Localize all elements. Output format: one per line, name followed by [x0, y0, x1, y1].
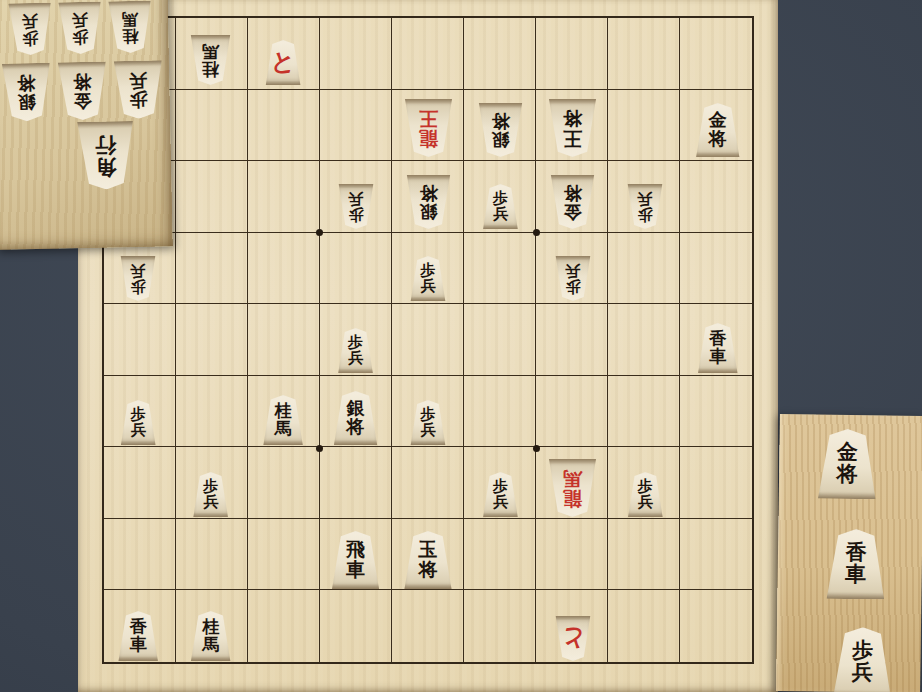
- piece-kanji: 兵: [131, 423, 146, 439]
- shogi-board: 香車桂馬と龍王銀将王将金将歩兵銀将歩兵金将歩兵歩兵歩兵歩兵歩兵香車歩兵桂馬銀将歩…: [78, 0, 778, 692]
- gote-hand-row: 銀将金将歩兵: [1, 60, 164, 121]
- piece-kanji: 車: [709, 348, 726, 366]
- shogi-piece-gold-sente[interactable]: 金将: [817, 429, 878, 500]
- piece-kanji: 歩: [852, 640, 873, 662]
- piece-kanji: 行: [95, 133, 116, 155]
- piece-kanji: 馬: [202, 636, 219, 654]
- piece-kanji: 将: [347, 418, 365, 437]
- piece-kanji: 馬: [563, 468, 582, 488]
- piece-kanji: 龍: [563, 488, 582, 508]
- piece-kanji: 王: [563, 128, 582, 148]
- piece-kanji: 桂: [202, 60, 219, 78]
- piece-kanji: 歩: [72, 28, 88, 45]
- shogi-piece-knight-gote[interactable]: 桂馬: [190, 35, 231, 85]
- piece-kanji: 将: [491, 111, 509, 130]
- shogi-piece-lance-sente[interactable]: 香車: [118, 611, 159, 661]
- piece-kanji: 馬: [202, 42, 219, 60]
- sente-captured-tray: 金将香車歩兵: [776, 414, 922, 692]
- shogi-piece-pawn-sente[interactable]: 歩兵: [482, 184, 518, 229]
- shogi-piece-pawn-sente[interactable]: 歩兵: [193, 472, 229, 517]
- shogi-piece-pawn-sente[interactable]: 歩兵: [627, 472, 663, 517]
- piece-kanji: 将: [17, 73, 35, 92]
- shogi-piece-pawn-sente[interactable]: 歩兵: [832, 627, 893, 692]
- shogi-piece-knight-gote[interactable]: 桂馬: [108, 1, 153, 54]
- piece-kanji: 兵: [493, 495, 508, 511]
- shogi-piece-pawn-sente[interactable]: 歩兵: [338, 328, 374, 373]
- shogi-piece-gold-gote[interactable]: 金将: [57, 61, 108, 120]
- shogi-piece-pawn-gote[interactable]: 歩兵: [555, 256, 591, 301]
- piece-kanji: 歩: [348, 207, 363, 223]
- piece-kanji: 銀: [491, 130, 509, 149]
- sente-hand-row: 金将: [817, 429, 878, 500]
- shogi-piece-king-sente[interactable]: 玉将: [404, 531, 453, 589]
- shogi-piece-lance-sente[interactable]: 香車: [825, 529, 886, 600]
- shogi-piece-king-gote[interactable]: 王将: [548, 99, 597, 157]
- shogi-piece-gold-gote[interactable]: 金将: [550, 175, 595, 229]
- shogi-piece-pawn-sente[interactable]: 歩兵: [120, 400, 156, 445]
- shogi-piece-knight-sente[interactable]: 桂馬: [263, 395, 304, 445]
- shogi-piece-pawn-gote[interactable]: 歩兵: [58, 2, 103, 55]
- star-point: [533, 445, 540, 452]
- piece-kanji: 兵: [852, 662, 873, 684]
- board-piece-layer: 香車桂馬と龍王銀将王将金将歩兵銀将歩兵金将歩兵歩兵歩兵歩兵歩兵香車歩兵桂馬銀将歩…: [102, 16, 754, 664]
- piece-kanji: 銀: [419, 202, 437, 221]
- shogi-piece-dragon-king-gote[interactable]: 龍王: [404, 99, 453, 157]
- piece-kanji: 将: [836, 464, 857, 486]
- piece-kanji: 将: [709, 130, 727, 149]
- sente-hand-row: 香車: [825, 529, 886, 600]
- shogi-piece-pawn-gote[interactable]: 歩兵: [113, 60, 164, 119]
- piece-kanji: 兵: [493, 207, 508, 223]
- shogi-piece-silver-sente[interactable]: 銀将: [333, 391, 378, 445]
- shogi-piece-pawn-gote[interactable]: 歩兵: [120, 256, 156, 301]
- shogi-piece-pawn-sente[interactable]: 歩兵: [410, 400, 446, 445]
- piece-kanji: 兵: [421, 279, 436, 295]
- shogi-piece-tokin-sente[interactable]: と: [265, 40, 301, 85]
- piece-kanji: 銀: [17, 92, 35, 111]
- piece-kanji: 将: [419, 183, 437, 202]
- piece-kanji: 歩: [129, 90, 147, 109]
- piece-kanji: 香: [845, 542, 866, 564]
- piece-kanji: と: [561, 626, 586, 651]
- gote-captured-tray: 歩兵歩兵桂馬銀将金将歩兵角行: [0, 0, 173, 250]
- piece-kanji: 金: [564, 202, 582, 221]
- piece-kanji: 歩: [22, 29, 38, 46]
- piece-kanji: 角: [95, 155, 116, 177]
- piece-kanji: 将: [73, 72, 91, 91]
- shogi-piece-pawn-sente[interactable]: 歩兵: [410, 256, 446, 301]
- piece-kanji: 兵: [348, 191, 363, 207]
- sente-hand-row: 歩兵: [832, 627, 893, 692]
- shogi-piece-pawn-gote[interactable]: 歩兵: [338, 184, 374, 229]
- piece-kanji: 兵: [638, 191, 653, 207]
- star-point: [533, 229, 540, 236]
- piece-kanji: 兵: [131, 263, 146, 279]
- piece-kanji: 兵: [638, 495, 653, 511]
- piece-kanji: 兵: [72, 11, 88, 28]
- shogi-piece-silver-gote[interactable]: 銀将: [406, 175, 451, 229]
- piece-kanji: 兵: [565, 263, 580, 279]
- shogi-photo-scene: 香車桂馬と龍王銀将王将金将歩兵銀将歩兵金将歩兵歩兵歩兵歩兵歩兵香車歩兵桂馬銀将歩…: [0, 0, 922, 692]
- shogi-piece-pawn-sente[interactable]: 歩兵: [482, 472, 518, 517]
- piece-kanji: と: [271, 50, 296, 75]
- shogi-piece-dragon-horse-gote[interactable]: 龍馬: [548, 459, 597, 517]
- piece-kanji: 金: [73, 91, 91, 110]
- shogi-piece-lance-sente[interactable]: 香車: [697, 323, 738, 373]
- piece-kanji: 兵: [421, 423, 436, 439]
- piece-kanji: 歩: [638, 207, 653, 223]
- piece-kanji: 兵: [129, 71, 147, 90]
- piece-kanji: 将: [419, 560, 438, 580]
- piece-kanji: 将: [564, 183, 582, 202]
- piece-kanji: 龍: [419, 128, 438, 148]
- piece-kanji: 将: [563, 108, 582, 128]
- shogi-piece-bishop-gote[interactable]: 角行: [76, 121, 135, 190]
- gote-hand-row: 角行: [76, 121, 135, 190]
- piece-kanji: 兵: [203, 495, 218, 511]
- piece-kanji: 車: [346, 560, 365, 580]
- piece-kanji: 兵: [22, 12, 38, 29]
- shogi-piece-pawn-gote[interactable]: 歩兵: [8, 3, 53, 56]
- piece-kanji: 馬: [275, 420, 292, 438]
- piece-kanji: 車: [845, 564, 866, 586]
- piece-kanji: 馬: [122, 10, 138, 27]
- piece-kanji: 桂: [122, 27, 138, 44]
- shogi-piece-silver-gote[interactable]: 銀将: [1, 63, 52, 122]
- shogi-piece-pawn-gote[interactable]: 歩兵: [627, 184, 663, 229]
- piece-kanji: 金: [837, 442, 858, 464]
- star-point: [316, 445, 323, 452]
- piece-kanji: 王: [419, 108, 438, 128]
- shogi-piece-gold-sente[interactable]: 金将: [695, 103, 740, 157]
- shogi-piece-silver-gote[interactable]: 銀将: [478, 103, 523, 157]
- star-point: [316, 229, 323, 236]
- piece-kanji: 兵: [348, 351, 363, 367]
- board-grid-area: 香車桂馬と龍王銀将王将金将歩兵銀将歩兵金将歩兵歩兵歩兵歩兵歩兵香車歩兵桂馬銀将歩…: [102, 16, 754, 664]
- piece-kanji: 歩: [565, 279, 580, 295]
- shogi-piece-tokin-gote[interactable]: と: [555, 616, 591, 661]
- shogi-piece-rook-sente[interactable]: 飛車: [331, 531, 380, 589]
- gote-hand-row: 歩兵歩兵桂馬: [8, 1, 153, 56]
- shogi-piece-knight-sente[interactable]: 桂馬: [190, 611, 231, 661]
- piece-kanji: 歩: [131, 279, 146, 295]
- piece-kanji: 車: [130, 636, 147, 654]
